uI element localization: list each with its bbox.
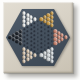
hole-dot: [30, 45, 32, 47]
marble-glyph: [9, 36, 12, 39]
hole-dot: [44, 41, 46, 43]
hole-dot: [37, 37, 39, 39]
hole-dot: [27, 31, 29, 33]
marble-C[interactable]: [33, 54, 36, 58]
hole-dot: [37, 45, 39, 47]
marble-R[interactable]: [64, 36, 67, 40]
marble-B[interactable]: [9, 36, 12, 40]
marble-C[interactable]: [26, 58, 29, 62]
hole-dot: [34, 27, 36, 29]
board-row: [47, 14, 50, 62]
hole-dot: [34, 43, 36, 45]
hole-dot: [48, 27, 50, 29]
marble-C[interactable]: [29, 56, 32, 60]
hole-dot: [27, 47, 29, 49]
marble-glyph: [40, 54, 43, 57]
hole-dot: [34, 39, 36, 41]
marble-B[interactable]: [19, 42, 22, 46]
marble-G[interactable]: [43, 56, 46, 60]
marble-glyph: [23, 60, 26, 63]
hole-dot: [34, 47, 36, 49]
marble-R[interactable]: [57, 40, 60, 44]
hole-dot: [30, 41, 32, 43]
board-row: [57, 32, 60, 44]
hole-dot: [41, 39, 43, 41]
marble-glyph: [61, 38, 64, 41]
hole-dot: [30, 29, 32, 31]
hole-dot: [41, 31, 43, 33]
hole-dot: [48, 43, 50, 45]
board-row: [43, 16, 46, 60]
hole-dot: [34, 51, 36, 53]
hole-dot: [48, 39, 50, 41]
marble-glyph: [47, 58, 50, 61]
hole-dot: [41, 23, 43, 25]
marble-G[interactable]: [50, 60, 53, 64]
hole-dot: [41, 47, 43, 49]
hole-dot: [34, 31, 36, 33]
marble-glyph: [12, 38, 15, 41]
hole-dot: [37, 49, 39, 51]
marble-glyph: [50, 60, 53, 63]
marble-G[interactable]: [47, 58, 50, 62]
board-row: [40, 18, 43, 58]
board-row: [12, 34, 15, 42]
marble-glyph: [33, 54, 36, 57]
hole-dot: [44, 37, 46, 39]
hole-dot: [27, 27, 29, 29]
board-row: [33, 18, 36, 58]
hole-dot: [27, 39, 29, 41]
empty-hole[interactable]: [36, 52, 39, 56]
hexagon-shadow-wrap: [6, 9, 70, 66]
hole-dot: [41, 51, 43, 53]
hole-dot: [44, 49, 46, 51]
marble-glyph: [26, 58, 29, 61]
hole-dot: [37, 41, 39, 43]
marble-C[interactable]: [22, 60, 25, 64]
hole-dot: [51, 45, 53, 47]
hole-dot: [44, 45, 46, 47]
hole-dot: [23, 45, 25, 47]
hole-dot: [34, 35, 36, 37]
hole-dot: [23, 41, 25, 43]
hole-dot: [41, 43, 43, 45]
hole-dot: [37, 21, 39, 23]
board-row: [54, 30, 57, 46]
hole-dot: [30, 33, 32, 35]
hole-dot: [37, 33, 39, 35]
board-row: [19, 30, 22, 46]
hole-dot: [37, 29, 39, 31]
marble-G[interactable]: [40, 54, 43, 58]
marble-R[interactable]: [60, 38, 63, 42]
hole-dot: [30, 49, 32, 51]
board-row: [9, 36, 12, 40]
star-grid: [9, 12, 68, 64]
board-row: [36, 20, 39, 56]
hole-dot: [41, 27, 43, 29]
marble-B[interactable]: [12, 38, 15, 42]
hole-dot: [30, 25, 32, 27]
hole-dot: [23, 29, 25, 31]
hole-dot: [44, 25, 46, 27]
board-frame: [3, 2, 73, 73]
hole-dot: [44, 33, 46, 35]
product-photo-scene: [0, 0, 80, 80]
hole-dot: [41, 35, 43, 37]
hole-dot: [44, 29, 46, 31]
hole-dot: [37, 25, 39, 27]
marble-glyph: [64, 36, 67, 39]
marble-glyph: [29, 56, 32, 59]
hole-dot: [23, 33, 25, 35]
marble-glyph: [54, 42, 57, 45]
marble-glyph: [43, 56, 46, 59]
hole-dot: [27, 43, 29, 45]
board-row: [16, 32, 19, 44]
board-row: [29, 16, 32, 60]
hole-dot: [48, 47, 50, 49]
hole-dot: [37, 53, 39, 55]
hole-dot: [30, 37, 32, 39]
board-row: [26, 14, 29, 62]
hole-dot: [27, 35, 29, 37]
marble-glyph: [19, 42, 22, 45]
marble-glyph: [16, 40, 19, 43]
hole-dot: [51, 41, 53, 43]
board-row: [60, 34, 63, 42]
hole-dot: [51, 37, 53, 39]
hole-dot: [51, 29, 53, 31]
marble-R[interactable]: [54, 42, 57, 46]
hole-dot: [51, 33, 53, 35]
board-row: [64, 36, 67, 40]
marble-glyph: [57, 40, 60, 43]
chinese-checkers-board: [6, 9, 70, 66]
hole-dot: [48, 31, 50, 33]
board-row: [22, 12, 25, 64]
hole-dot: [34, 23, 36, 25]
marble-B[interactable]: [16, 40, 19, 44]
board-row: [50, 12, 53, 64]
hole-dot: [48, 35, 50, 37]
hole-dot: [23, 37, 25, 39]
